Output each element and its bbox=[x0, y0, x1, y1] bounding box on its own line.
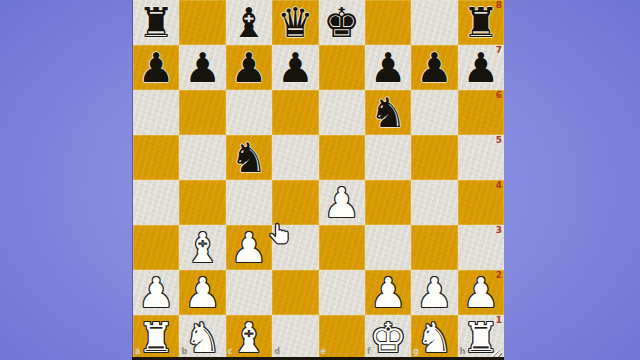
piece-black-rook[interactable]: ♜ bbox=[138, 1, 175, 45]
piece-white-knight[interactable]: ♞ bbox=[416, 316, 453, 360]
square-h1[interactable]: ♜1h bbox=[458, 315, 504, 360]
square-f1[interactable]: ♚f bbox=[365, 315, 411, 360]
file-label-c: c bbox=[228, 348, 233, 356]
square-e2[interactable] bbox=[319, 270, 365, 315]
rank-label-6: 6 bbox=[496, 90, 502, 100]
file-label-f: f bbox=[367, 348, 370, 356]
piece-black-pawn[interactable]: ♟ bbox=[184, 46, 221, 90]
chess-board[interactable]: ♜♝♛♚♜8♟♟♟♟♟♟♟7♞6♞5♟4♝♟3♟♟♟♟♟2♜a♞b♝cde♚f♞… bbox=[132, 0, 504, 360]
piece-white-pawn[interactable]: ♟ bbox=[184, 271, 221, 315]
rank-label-1: 1 bbox=[496, 315, 502, 325]
square-e7[interactable] bbox=[319, 45, 365, 90]
file-label-h: h bbox=[460, 348, 466, 356]
square-c2[interactable] bbox=[226, 270, 272, 315]
square-b8[interactable] bbox=[179, 0, 225, 45]
rank-label-8: 8 bbox=[496, 0, 502, 10]
rank-label-5: 5 bbox=[496, 135, 502, 145]
square-b5[interactable] bbox=[179, 135, 225, 180]
piece-black-pawn[interactable]: ♟ bbox=[416, 46, 453, 90]
square-e5[interactable] bbox=[319, 135, 365, 180]
square-h5[interactable]: 5 bbox=[458, 135, 504, 180]
square-b7[interactable]: ♟ bbox=[179, 45, 225, 90]
rank-label-3: 3 bbox=[496, 225, 502, 235]
file-label-a: a bbox=[135, 348, 140, 356]
square-e4[interactable]: ♟ bbox=[319, 180, 365, 225]
square-d8[interactable]: ♛ bbox=[272, 0, 318, 45]
square-g5[interactable] bbox=[411, 135, 457, 180]
square-d4[interactable] bbox=[272, 180, 318, 225]
piece-white-pawn[interactable]: ♟ bbox=[416, 271, 453, 315]
square-c7[interactable]: ♟ bbox=[226, 45, 272, 90]
piece-white-bishop[interactable]: ♝ bbox=[231, 316, 268, 360]
square-g7[interactable]: ♟ bbox=[411, 45, 457, 90]
piece-black-queen[interactable]: ♛ bbox=[277, 1, 314, 45]
square-a8[interactable]: ♜ bbox=[133, 0, 179, 45]
square-d1[interactable]: d bbox=[272, 315, 318, 360]
piece-black-bishop[interactable]: ♝ bbox=[231, 1, 268, 45]
file-label-d: d bbox=[274, 348, 280, 356]
file-label-e: e bbox=[321, 348, 326, 356]
square-a6[interactable] bbox=[133, 90, 179, 135]
piece-black-rook[interactable]: ♜ bbox=[462, 1, 499, 45]
piece-black-pawn[interactable]: ♟ bbox=[370, 46, 407, 90]
square-g8[interactable] bbox=[411, 0, 457, 45]
square-b4[interactable] bbox=[179, 180, 225, 225]
file-label-b: b bbox=[181, 348, 187, 356]
piece-black-pawn[interactable]: ♟ bbox=[231, 46, 268, 90]
square-f3[interactable] bbox=[365, 225, 411, 270]
rank-label-2: 2 bbox=[496, 270, 502, 280]
square-g1[interactable]: ♞g bbox=[411, 315, 457, 360]
square-b1[interactable]: ♞b bbox=[179, 315, 225, 360]
square-b3[interactable]: ♝ bbox=[179, 225, 225, 270]
rank-label-7: 7 bbox=[496, 45, 502, 55]
square-f2[interactable]: ♟ bbox=[365, 270, 411, 315]
piece-white-bishop[interactable]: ♝ bbox=[184, 226, 221, 270]
square-e1[interactable]: e bbox=[319, 315, 365, 360]
square-c3[interactable]: ♟ bbox=[226, 225, 272, 270]
piece-white-pawn[interactable]: ♟ bbox=[138, 271, 175, 315]
square-h3[interactable]: 3 bbox=[458, 225, 504, 270]
square-h7[interactable]: ♟7 bbox=[458, 45, 504, 90]
square-g2[interactable]: ♟ bbox=[411, 270, 457, 315]
square-h6[interactable]: 6 bbox=[458, 90, 504, 135]
piece-white-pawn[interactable]: ♟ bbox=[323, 181, 360, 225]
square-h4[interactable]: 4 bbox=[458, 180, 504, 225]
square-d7[interactable]: ♟ bbox=[272, 45, 318, 90]
square-a4[interactable] bbox=[133, 180, 179, 225]
piece-black-pawn[interactable]: ♟ bbox=[138, 46, 175, 90]
square-g6[interactable] bbox=[411, 90, 457, 135]
square-g3[interactable] bbox=[411, 225, 457, 270]
square-c1[interactable]: ♝c bbox=[226, 315, 272, 360]
rank-label-4: 4 bbox=[496, 180, 502, 190]
piece-black-knight[interactable]: ♞ bbox=[231, 136, 268, 180]
piece-white-knight[interactable]: ♞ bbox=[184, 316, 221, 360]
square-a3[interactable] bbox=[133, 225, 179, 270]
square-a5[interactable] bbox=[133, 135, 179, 180]
square-c8[interactable]: ♝ bbox=[226, 0, 272, 45]
square-e3[interactable] bbox=[319, 225, 365, 270]
square-g4[interactable] bbox=[411, 180, 457, 225]
square-e6[interactable] bbox=[319, 90, 365, 135]
square-d6[interactable] bbox=[272, 90, 318, 135]
piece-black-pawn[interactable]: ♟ bbox=[277, 46, 314, 90]
piece-black-king[interactable]: ♚ bbox=[323, 1, 360, 45]
piece-white-pawn[interactable]: ♟ bbox=[462, 271, 499, 315]
file-label-g: g bbox=[413, 348, 419, 356]
square-f4[interactable] bbox=[365, 180, 411, 225]
stage: ♜♝♛♚♜8♟♟♟♟♟♟♟7♞6♞5♟4♝♟3♟♟♟♟♟2♜a♞b♝cde♚f♞… bbox=[0, 0, 640, 360]
hand-pointer-icon bbox=[268, 221, 292, 251]
square-b2[interactable]: ♟ bbox=[179, 270, 225, 315]
piece-white-pawn[interactable]: ♟ bbox=[370, 271, 407, 315]
square-b6[interactable] bbox=[179, 90, 225, 135]
square-c5[interactable]: ♞ bbox=[226, 135, 272, 180]
piece-white-pawn[interactable]: ♟ bbox=[231, 226, 268, 270]
piece-white-king[interactable]: ♚ bbox=[370, 316, 407, 360]
square-d5[interactable] bbox=[272, 135, 318, 180]
square-f5[interactable] bbox=[365, 135, 411, 180]
square-d2[interactable] bbox=[272, 270, 318, 315]
square-c4[interactable] bbox=[226, 180, 272, 225]
square-e8[interactable]: ♚ bbox=[319, 0, 365, 45]
square-a7[interactable]: ♟ bbox=[133, 45, 179, 90]
square-h2[interactable]: ♟2 bbox=[458, 270, 504, 315]
piece-black-pawn[interactable]: ♟ bbox=[462, 46, 499, 90]
square-h8[interactable]: ♜8 bbox=[458, 0, 504, 45]
square-f6[interactable]: ♞ bbox=[365, 90, 411, 135]
piece-black-knight[interactable]: ♞ bbox=[370, 91, 407, 135]
square-a2[interactable]: ♟ bbox=[133, 270, 179, 315]
square-c6[interactable] bbox=[226, 90, 272, 135]
square-f8[interactable] bbox=[365, 0, 411, 45]
piece-white-rook[interactable]: ♜ bbox=[138, 316, 175, 360]
square-a1[interactable]: ♜a bbox=[133, 315, 179, 360]
square-f7[interactable]: ♟ bbox=[365, 45, 411, 90]
